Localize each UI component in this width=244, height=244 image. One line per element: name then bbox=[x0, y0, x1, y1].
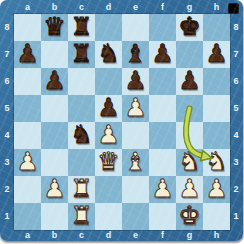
piece-black-pawn[interactable]: ♟ bbox=[122, 68, 149, 95]
square-c6[interactable] bbox=[68, 68, 95, 95]
square-a5[interactable] bbox=[14, 95, 41, 122]
square-f3[interactable] bbox=[149, 149, 176, 176]
chess-diagram: ♛♜♚♟♜♞♝♟♟♟♟♟♟♟♞♟♟♛♝♞♞♟♜♟♟♟♜♚ aabbccddeef… bbox=[0, 0, 243, 241]
square-h3[interactable]: ♞ bbox=[203, 149, 230, 176]
file-label-bottom-b: b bbox=[41, 229, 68, 241]
piece-white-rook[interactable]: ♜ bbox=[68, 203, 95, 230]
square-a2[interactable] bbox=[14, 176, 41, 203]
piece-black-queen[interactable]: ♛ bbox=[41, 14, 68, 41]
square-g4[interactable] bbox=[176, 122, 203, 149]
square-b2[interactable]: ♟ bbox=[41, 176, 68, 203]
square-a3[interactable]: ♟ bbox=[14, 149, 41, 176]
square-a7[interactable]: ♟ bbox=[14, 41, 41, 68]
piece-white-pawn[interactable]: ♟ bbox=[122, 95, 149, 122]
square-f2[interactable]: ♟ bbox=[149, 176, 176, 203]
piece-white-queen[interactable]: ♛ bbox=[95, 149, 122, 176]
square-a4[interactable] bbox=[14, 122, 41, 149]
rank-label-right-5: 5 bbox=[229, 95, 243, 122]
square-c7[interactable]: ♜ bbox=[68, 41, 95, 68]
rank-label-left-7: 7 bbox=[0, 41, 14, 68]
file-label-top-g: g bbox=[176, 0, 203, 14]
piece-white-bishop[interactable]: ♝ bbox=[122, 149, 149, 176]
square-c3[interactable] bbox=[68, 149, 95, 176]
piece-white-king[interactable]: ♚ bbox=[176, 203, 203, 230]
square-g1[interactable]: ♚ bbox=[176, 203, 203, 230]
square-d7[interactable]: ♞ bbox=[95, 41, 122, 68]
piece-black-bishop[interactable]: ♝ bbox=[122, 41, 149, 68]
square-e4[interactable] bbox=[122, 122, 149, 149]
square-g3[interactable]: ♞ bbox=[176, 149, 203, 176]
file-label-top-d: d bbox=[95, 0, 122, 14]
square-e6[interactable]: ♟ bbox=[122, 68, 149, 95]
rank-label-left-6: 6 bbox=[0, 68, 14, 95]
piece-black-rook[interactable]: ♜ bbox=[68, 41, 95, 68]
rank-label-right-6: 6 bbox=[229, 68, 243, 95]
square-f4[interactable] bbox=[149, 122, 176, 149]
square-d3[interactable]: ♛ bbox=[95, 149, 122, 176]
square-b4[interactable] bbox=[41, 122, 68, 149]
file-label-bottom-a: a bbox=[14, 229, 41, 241]
piece-black-king[interactable]: ♚ bbox=[176, 14, 203, 41]
rank-label-right-2: 2 bbox=[229, 176, 243, 203]
piece-white-pawn[interactable]: ♟ bbox=[203, 176, 230, 203]
square-c8[interactable]: ♜ bbox=[68, 14, 95, 41]
rank-label-left-5: 5 bbox=[0, 95, 14, 122]
piece-black-rook[interactable]: ♜ bbox=[68, 14, 95, 41]
piece-black-pawn[interactable]: ♟ bbox=[41, 68, 68, 95]
square-g5[interactable] bbox=[176, 95, 203, 122]
square-f6[interactable] bbox=[149, 68, 176, 95]
square-h4[interactable] bbox=[203, 122, 230, 149]
file-label-bottom-f: f bbox=[149, 229, 176, 241]
piece-white-rook[interactable]: ♜ bbox=[68, 176, 95, 203]
square-h6[interactable] bbox=[203, 68, 230, 95]
square-g6[interactable]: ♟ bbox=[176, 68, 203, 95]
file-label-top-c: c bbox=[68, 0, 95, 14]
file-label-bottom-h: h bbox=[203, 229, 230, 241]
square-f5[interactable] bbox=[149, 95, 176, 122]
rank-label-right-7: 7 bbox=[229, 41, 243, 68]
square-c1[interactable]: ♜ bbox=[68, 203, 95, 230]
file-label-bottom-c: c bbox=[68, 229, 95, 241]
file-label-bottom-e: e bbox=[122, 229, 149, 241]
rank-label-right-4: 4 bbox=[229, 122, 243, 149]
square-g7[interactable] bbox=[176, 41, 203, 68]
square-e7[interactable]: ♝ bbox=[122, 41, 149, 68]
piece-black-knight[interactable]: ♞ bbox=[95, 41, 122, 68]
piece-white-pawn[interactable]: ♟ bbox=[149, 176, 176, 203]
square-f1[interactable] bbox=[149, 203, 176, 230]
piece-black-pawn[interactable]: ♟ bbox=[203, 41, 230, 68]
square-h1[interactable] bbox=[203, 203, 230, 230]
square-c2[interactable]: ♜ bbox=[68, 176, 95, 203]
square-e5[interactable]: ♟ bbox=[122, 95, 149, 122]
piece-white-pawn[interactable]: ♟ bbox=[95, 122, 122, 149]
square-g2[interactable]: ♟ bbox=[176, 176, 203, 203]
square-h2[interactable]: ♟ bbox=[203, 176, 230, 203]
piece-white-pawn[interactable]: ♟ bbox=[41, 176, 68, 203]
square-d8[interactable] bbox=[95, 14, 122, 41]
rank-label-left-1: 1 bbox=[0, 203, 14, 230]
piece-white-knight[interactable]: ♞ bbox=[203, 149, 230, 176]
piece-black-pawn[interactable]: ♟ bbox=[176, 68, 203, 95]
square-h8[interactable] bbox=[203, 14, 230, 41]
rank-label-right-8: 8 bbox=[229, 14, 243, 41]
square-f7[interactable]: ♟ bbox=[149, 41, 176, 68]
square-e3[interactable]: ♝ bbox=[122, 149, 149, 176]
piece-black-knight[interactable]: ♞ bbox=[68, 122, 95, 149]
square-a1[interactable] bbox=[14, 203, 41, 230]
piece-black-pawn[interactable]: ♟ bbox=[14, 41, 41, 68]
piece-white-pawn[interactable]: ♟ bbox=[176, 176, 203, 203]
chess-board: ♛♜♚♟♜♞♝♟♟♟♟♟♟♟♞♟♟♛♝♞♞♟♜♟♟♟♜♚ bbox=[14, 14, 230, 230]
file-label-bottom-g: g bbox=[176, 229, 203, 241]
piece-black-pawn[interactable]: ♟ bbox=[149, 41, 176, 68]
rank-label-left-8: 8 bbox=[0, 14, 14, 41]
square-e1[interactable] bbox=[122, 203, 149, 230]
square-d6[interactable] bbox=[95, 68, 122, 95]
square-d5[interactable]: ♟ bbox=[95, 95, 122, 122]
square-e8[interactable] bbox=[122, 14, 149, 41]
square-d4[interactable]: ♟ bbox=[95, 122, 122, 149]
square-a6[interactable] bbox=[14, 68, 41, 95]
file-label-top-a: a bbox=[14, 0, 41, 14]
square-b7[interactable] bbox=[41, 41, 68, 68]
file-label-bottom-d: d bbox=[95, 229, 122, 241]
file-label-top-b: b bbox=[41, 0, 68, 14]
rank-label-left-3: 3 bbox=[0, 149, 14, 176]
square-b6[interactable]: ♟ bbox=[41, 68, 68, 95]
square-h7[interactable]: ♟ bbox=[203, 41, 230, 68]
rank-label-right-3: 3 bbox=[229, 149, 243, 176]
square-d2[interactable] bbox=[95, 176, 122, 203]
square-b1[interactable] bbox=[41, 203, 68, 230]
square-g8[interactable]: ♚ bbox=[176, 14, 203, 41]
rank-label-left-4: 4 bbox=[0, 122, 14, 149]
square-b5[interactable] bbox=[41, 95, 68, 122]
square-f8[interactable] bbox=[149, 14, 176, 41]
file-label-top-h: h bbox=[203, 0, 230, 14]
square-h5[interactable] bbox=[203, 95, 230, 122]
square-e2[interactable] bbox=[122, 176, 149, 203]
square-c4[interactable]: ♞ bbox=[68, 122, 95, 149]
file-label-top-f: f bbox=[149, 0, 176, 14]
square-a8[interactable] bbox=[14, 14, 41, 41]
rank-label-right-1: 1 bbox=[229, 203, 243, 230]
rank-label-left-2: 2 bbox=[0, 176, 14, 203]
file-label-top-e: e bbox=[122, 0, 149, 14]
piece-white-knight[interactable]: ♞ bbox=[176, 149, 203, 176]
turn-indicator-black bbox=[228, 3, 239, 14]
square-b8[interactable]: ♛ bbox=[41, 14, 68, 41]
square-d1[interactable] bbox=[95, 203, 122, 230]
square-b3[interactable] bbox=[41, 149, 68, 176]
square-c5[interactable] bbox=[68, 95, 95, 122]
piece-black-pawn[interactable]: ♟ bbox=[95, 95, 122, 122]
piece-white-pawn[interactable]: ♟ bbox=[14, 149, 41, 176]
